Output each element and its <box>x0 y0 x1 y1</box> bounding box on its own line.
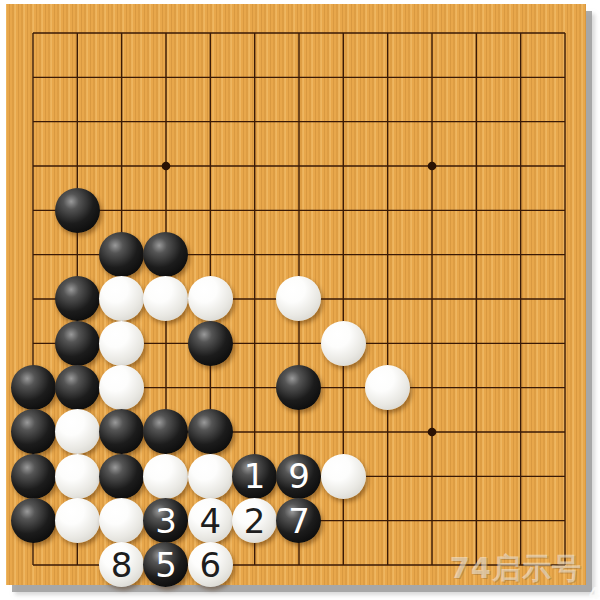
black-stone-move-1: 1 <box>232 454 277 499</box>
move-number: 1 <box>244 459 266 493</box>
watermark: 74启示号 <box>450 549 582 589</box>
black-stone-move-7: 7 <box>276 498 321 543</box>
white-stone <box>99 365 144 410</box>
white-stone <box>276 276 321 321</box>
black-stone <box>55 365 100 410</box>
black-stone <box>188 321 233 366</box>
go-diagram: 193427856 74启示号 4 <box>0 0 600 600</box>
white-stone-move-2: 2 <box>232 498 277 543</box>
white-stone <box>188 276 233 321</box>
black-stone <box>143 232 188 277</box>
black-stone <box>11 454 56 499</box>
black-stone <box>99 409 144 454</box>
move-number: 8 <box>111 548 133 582</box>
black-stone <box>188 409 233 454</box>
black-stone <box>11 498 56 543</box>
black-stone <box>11 365 56 410</box>
black-stone <box>276 365 321 410</box>
move-number: 4 <box>200 504 222 538</box>
stones-layer: 193427856 <box>0 0 600 600</box>
black-stone <box>55 188 100 233</box>
black-stone <box>143 409 188 454</box>
white-stone-move-4: 4 <box>188 498 233 543</box>
move-number: 9 <box>288 459 310 493</box>
move-number: 3 <box>155 504 177 538</box>
black-stone <box>55 321 100 366</box>
white-stone-move-8: 8 <box>99 542 144 587</box>
white-stone <box>321 454 366 499</box>
white-stone <box>55 498 100 543</box>
white-stone <box>99 321 144 366</box>
move-number: 7 <box>288 504 310 538</box>
black-stone-move-5: 5 <box>143 542 188 587</box>
white-stone <box>321 321 366 366</box>
white-stone <box>55 454 100 499</box>
white-stone <box>143 454 188 499</box>
watermark-fragment: 4 <box>589 584 600 600</box>
black-stone <box>99 454 144 499</box>
white-stone <box>188 454 233 499</box>
white-stone <box>99 276 144 321</box>
white-stone <box>365 365 410 410</box>
black-stone <box>55 276 100 321</box>
white-stone <box>55 409 100 454</box>
white-stone <box>143 276 188 321</box>
black-stone <box>11 409 56 454</box>
move-number: 2 <box>244 504 266 538</box>
move-number: 6 <box>200 548 222 582</box>
white-stone <box>99 498 144 543</box>
white-stone-move-6: 6 <box>188 542 233 587</box>
black-stone <box>99 232 144 277</box>
black-stone-move-9: 9 <box>276 454 321 499</box>
black-stone-move-3: 3 <box>143 498 188 543</box>
move-number: 5 <box>155 548 177 582</box>
